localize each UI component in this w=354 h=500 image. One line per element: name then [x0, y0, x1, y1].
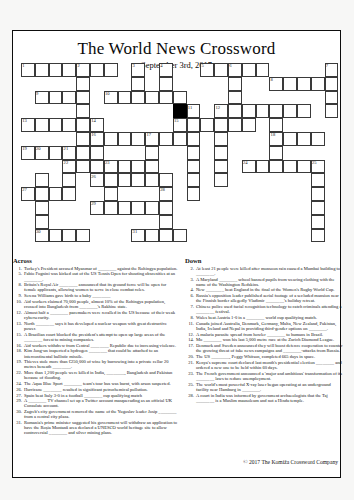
clue-text: A ________ TV channel set up a Twitter a… — [24, 398, 178, 408]
clue-text: The world's most powerful X-ray laser be… — [196, 382, 343, 392]
grid-cell[interactable] — [159, 91, 173, 105]
grid-cell[interactable] — [145, 229, 159, 243]
grid-cell[interactable] — [187, 173, 201, 187]
clue-number: 13. — [13, 321, 24, 331]
clue-item: 7.Chinese police used facial recognition… — [185, 304, 343, 314]
grid-cell[interactable] — [49, 187, 63, 201]
grid-cell[interactable] — [35, 91, 49, 105]
clue-text: A malaria parasite spread from howler __… — [196, 332, 343, 337]
grid-cell[interactable] — [159, 201, 173, 215]
clue-item: 25.The world's most powerful X-ray laser… — [185, 382, 343, 392]
clue-number: 15. — [13, 332, 24, 342]
grid-cell[interactable] — [228, 91, 242, 105]
grid-cell[interactable] — [173, 118, 187, 132]
grid-cell[interactable] — [256, 104, 270, 118]
clue-number: 12. — [13, 310, 24, 320]
clue-item: 1.Turkey's President accused Myanmar of … — [13, 266, 178, 271]
clue-text: North ________ says it has developed a n… — [24, 321, 178, 331]
grid-cell[interactable] — [311, 187, 325, 201]
grid-cell[interactable] — [145, 146, 159, 160]
grid-cell[interactable] — [90, 201, 104, 215]
grid-cell[interactable] — [131, 160, 145, 174]
clue-text: Spain beat Italy 3-0 in a football _____… — [24, 393, 178, 398]
grid-cell[interactable] — [90, 132, 104, 146]
grid-cell[interactable] — [131, 229, 145, 243]
clue-item: 12.Almost half a ________ pacemakers wer… — [13, 310, 178, 320]
clue-item: 11.Canada joined Australia, Denmark, Ger… — [185, 321, 343, 331]
grid-cell[interactable] — [62, 187, 76, 201]
clue-item: 9.Serena Williams gave birth to a baby _… — [13, 293, 178, 298]
clue-text: Denmark and Sweden announced they will b… — [196, 343, 343, 353]
grid-cell[interactable] — [325, 63, 339, 77]
grid-cell[interactable] — [62, 118, 76, 132]
grid-cell[interactable] — [131, 173, 145, 187]
grid-cell[interactable] — [269, 77, 283, 91]
grid-cell[interactable] — [131, 77, 145, 91]
grid-cell[interactable] — [311, 229, 325, 243]
clue-text: Thieves stole more than €250,000 of wine… — [24, 359, 178, 369]
clue-number: 28. — [185, 393, 196, 403]
grid-cell[interactable] — [187, 132, 201, 146]
grid-cell[interactable] — [214, 104, 228, 118]
grid-cell[interactable] — [228, 77, 242, 91]
grid-cell[interactable] — [62, 146, 76, 160]
clue-item: 2.At least 21 people were killed after m… — [185, 266, 343, 276]
grid-cell[interactable] — [269, 104, 283, 118]
clue-number: 19. — [13, 359, 24, 369]
clue-number: 26. — [13, 387, 24, 392]
clue-number: 23. — [185, 371, 196, 381]
grid-cell[interactable] — [76, 146, 90, 160]
clue-text: More than 1,200 people were killed in In… — [24, 370, 178, 380]
grid-cell[interactable] — [214, 132, 228, 146]
clue-number: 12. — [185, 332, 196, 337]
clue-item: 22.More than 1,200 people were killed in… — [13, 370, 178, 380]
clue-item: 4.New ________ beat England in the final… — [185, 287, 343, 292]
clue-number: 7. — [185, 304, 196, 314]
page-title: The World News Crossword — [13, 39, 340, 59]
clue-number: 31. — [13, 420, 24, 435]
grid-cell[interactable] — [104, 63, 118, 77]
grid-cell[interactable] — [21, 63, 35, 77]
grid-cell[interactable] — [256, 160, 270, 174]
clue-number: 8. — [13, 282, 24, 292]
clue-number: 5. — [13, 271, 24, 281]
clue-text: Kim Jong-un inspected a hydrogen _______… — [24, 348, 178, 358]
grid-cell[interactable] — [76, 77, 90, 91]
black-cell — [173, 104, 187, 118]
grid-cell[interactable] — [269, 118, 283, 132]
clue-item: 29.A ________ TV channel set up a Twitte… — [13, 398, 178, 408]
clue-text: Kenya's supreme court declared last mont… — [196, 360, 343, 370]
clue-item: 21.Kenya's supreme court declared last m… — [185, 360, 343, 370]
grid-cell[interactable] — [269, 160, 283, 174]
clue-item: 30.Zagreb's city government removed the … — [13, 409, 178, 419]
grid-cell[interactable] — [49, 146, 63, 160]
clue-item: 26.Hurricane ________ resulted in signif… — [13, 387, 178, 392]
clue-item: 17.Denmark and Sweden announced they wil… — [185, 343, 343, 353]
grid-cell[interactable] — [173, 132, 187, 146]
grid-cell[interactable] — [62, 63, 76, 77]
grid-cell[interactable] — [104, 173, 118, 187]
clue-item: 12.A malaria parasite spread from howler… — [185, 332, 343, 337]
grid-cell[interactable] — [228, 118, 242, 132]
clue-number: 21. — [185, 360, 196, 370]
clue-text: Zagreb's city government removed the nam… — [24, 409, 178, 419]
grid-cell[interactable] — [21, 118, 35, 132]
clue-number: 2. — [185, 266, 196, 276]
clue-number: 8. — [185, 315, 196, 320]
clue-number: 3. — [185, 277, 196, 287]
grid-cell[interactable] — [62, 229, 76, 243]
clue-item: 20.The US ________, Peggy Whitson, compl… — [185, 354, 343, 359]
grid-cell[interactable] — [228, 63, 242, 77]
copyright-notice: © 2017 The Komiža Crossword Company — [170, 459, 338, 465]
grid-cell[interactable] — [173, 91, 187, 105]
grid-cell[interactable] — [35, 118, 49, 132]
grid-cell[interactable] — [311, 77, 325, 91]
clue-text: A Brazilian court blocked the president'… — [24, 332, 178, 342]
grid-cell[interactable] — [49, 63, 63, 77]
grid-cell[interactable] — [173, 229, 187, 243]
grid-cell[interactable] — [76, 132, 90, 146]
grid-cell[interactable] — [269, 146, 283, 160]
grid-cell[interactable] — [35, 146, 49, 160]
grid-cell[interactable] — [118, 91, 132, 105]
grid-cell[interactable] — [214, 118, 228, 132]
clue-text: A court in India was informed by governm… — [196, 393, 343, 403]
grid-cell[interactable] — [242, 118, 256, 132]
clue-text: Aid workers withdrew from Central ______… — [24, 343, 178, 348]
clue-text: At least 21 people were killed after mon… — [196, 266, 343, 276]
clue-number: 25. — [185, 382, 196, 392]
clue-text: Fabio Fognini was kicked out of the US T… — [24, 271, 178, 281]
clue-text: Russia's opposition leader published aer… — [196, 293, 343, 303]
grid-cell[interactable] — [49, 229, 63, 243]
grid-cell[interactable] — [311, 201, 325, 215]
clue-text: Serena Williams gave birth to a baby ___… — [24, 293, 178, 298]
clue-number: 30. — [13, 409, 24, 419]
across-clue-list: 1.Turkey's President accused Myanmar of … — [13, 266, 178, 436]
grid-cell[interactable] — [118, 173, 132, 187]
grid-cell[interactable] — [297, 77, 311, 91]
clue-item: 13.North ________ says it has developed … — [13, 321, 178, 331]
grid-cell[interactable] — [90, 160, 104, 174]
clue-text: Wales beat Austria 1-0 in a ________ wor… — [196, 315, 343, 320]
grid-cell[interactable] — [104, 160, 118, 174]
clue-item: 16.Aid workers withdrew from Central ___… — [13, 343, 178, 348]
grid-cell[interactable] — [283, 77, 297, 91]
grid-cell[interactable] — [35, 187, 49, 201]
across-clues-section: Across 1.Turkey's President accused Myan… — [13, 258, 178, 436]
grid-cell[interactable] — [118, 201, 132, 215]
clue-text: Hurricane ________ resulted in significa… — [24, 387, 178, 392]
clue-number: 20. — [185, 354, 196, 359]
grid-cell[interactable] — [76, 91, 90, 105]
grid-cell[interactable] — [104, 187, 118, 201]
clue-item: 24.The Aqua Blue Sport ________ team's t… — [13, 381, 178, 386]
grid-cell[interactable] — [242, 63, 256, 77]
grid-cell[interactable] — [35, 201, 49, 215]
grid-cell[interactable] — [145, 173, 159, 187]
grid-cell[interactable] — [242, 160, 256, 174]
clue-number: 14. — [185, 337, 196, 342]
clue-text: The Aqua Blue Sport ________ team's tour… — [24, 381, 178, 386]
grid-cell[interactable] — [76, 118, 90, 132]
grid-cell[interactable] — [21, 187, 35, 201]
grid-cell[interactable] — [214, 146, 228, 160]
clue-text: A Maryland ________ school banned pupils… — [196, 277, 343, 287]
clue-text: Canada joined Australia, Denmark, German… — [196, 321, 343, 331]
clue-item: 31.Romania's prime minister suggested hi… — [13, 420, 178, 435]
down-clue-list: 2.At least 21 people were killed after m… — [185, 266, 343, 403]
clue-text: Mo ________ won his last 5,000 metre rac… — [196, 337, 343, 342]
clue-item: 28.A court in India was informed by gove… — [185, 393, 343, 403]
clue-text: The US ________, Peggy Whitson, complete… — [196, 354, 343, 359]
clue-text: Aid workers claimed 70,000 people, almos… — [24, 299, 178, 309]
grid-cell[interactable] — [187, 146, 201, 160]
grid-cell[interactable] — [325, 91, 339, 105]
grid-cell[interactable] — [131, 201, 145, 215]
clue-item: 8.Wales beat Austria 1-0 in a ________ w… — [185, 315, 343, 320]
grid-cell[interactable] — [76, 160, 90, 174]
clue-item: 8.Britain's Royal Air ________ announced… — [13, 282, 178, 292]
grid-cell[interactable] — [35, 229, 49, 243]
down-header: Down — [185, 258, 343, 263]
clue-number: 1. — [13, 266, 24, 271]
grid-cell[interactable] — [35, 173, 49, 187]
grid-cell[interactable] — [159, 77, 173, 91]
grid-cell[interactable] — [104, 132, 118, 146]
grid-cell[interactable] — [104, 201, 118, 215]
grid-cell[interactable] — [90, 146, 104, 160]
grid-cell[interactable] — [159, 63, 173, 77]
grid-cell[interactable] — [187, 160, 201, 174]
grid-cell[interactable] — [90, 63, 104, 77]
clue-item: 19.Thieves stole more than €250,000 of w… — [13, 359, 178, 369]
grid-cell[interactable] — [214, 160, 228, 174]
grid-cell[interactable] — [145, 160, 159, 174]
clue-number: 24. — [13, 381, 24, 386]
grid-cell[interactable] — [49, 118, 63, 132]
grid-cell[interactable] — [104, 91, 118, 105]
clue-number: 18. — [13, 348, 24, 358]
clue-number: 4. — [185, 287, 196, 292]
clue-number: 17. — [185, 343, 196, 353]
clue-number: 29. — [13, 398, 24, 408]
grid-cell[interactable] — [159, 132, 173, 146]
grid-cell[interactable] — [118, 160, 132, 174]
grid-cell[interactable] — [256, 63, 270, 77]
grid-cell[interactable] — [311, 160, 325, 174]
clue-number: 9. — [13, 293, 24, 298]
grid-cell[interactable] — [131, 63, 145, 77]
grid-cell[interactable] — [159, 229, 173, 243]
grid-cell[interactable] — [159, 173, 173, 187]
grid-cell[interactable] — [118, 132, 132, 146]
grid-cell[interactable] — [90, 118, 104, 132]
clue-number: 27. — [13, 393, 24, 398]
grid-cell[interactable] — [76, 104, 90, 118]
grid-cell[interactable] — [76, 229, 90, 243]
grid-cell[interactable] — [62, 160, 76, 174]
grid-cell[interactable] — [159, 215, 173, 229]
grid-cell[interactable] — [311, 215, 325, 229]
grid-cell[interactable] — [297, 160, 311, 174]
grid-cell[interactable] — [214, 63, 228, 77]
grid-cell[interactable] — [200, 63, 214, 77]
grid-cell[interactable] — [76, 63, 90, 77]
clue-item: 23.The French government announced a 'ma… — [185, 371, 343, 381]
clue-number: 16. — [13, 343, 24, 348]
clue-text: Almost half a ________ pacemakers were r… — [24, 310, 178, 320]
clue-item: 15.A Brazilian court blocked the preside… — [13, 332, 178, 342]
grid-cell[interactable] — [62, 91, 76, 105]
grid-cell[interactable] — [131, 91, 145, 105]
grid-cell[interactable] — [297, 104, 311, 118]
across-header: Across — [13, 258, 178, 263]
grid-cell[interactable] — [145, 132, 159, 146]
grid-cell[interactable] — [35, 63, 49, 77]
grid-cell[interactable] — [131, 132, 145, 146]
grid-cell[interactable] — [35, 215, 49, 229]
grid-cell[interactable] — [187, 118, 201, 132]
grid-cell[interactable] — [283, 160, 297, 174]
clue-item: 14.Mo ________ won his last 5,000 metre … — [185, 337, 343, 342]
clue-text: Romania's prime minister suggested his g… — [24, 420, 178, 435]
grid-cell[interactable] — [145, 91, 159, 105]
clue-text: Turkey's President accused Myanmar of __… — [24, 266, 178, 271]
grid-cell[interactable] — [187, 104, 201, 118]
grid-cell[interactable] — [62, 173, 76, 187]
clue-text: Chinese police used facial recognition t… — [196, 304, 343, 314]
clue-item: 10.Aid workers claimed 70,000 people, al… — [13, 299, 178, 309]
grid-cell[interactable] — [145, 201, 159, 215]
clue-item: 27.Spain beat Italy 3-0 in a football __… — [13, 393, 178, 398]
clue-number: 11. — [185, 321, 196, 331]
clue-number: 10. — [13, 299, 24, 309]
clue-number: 22. — [13, 370, 24, 380]
grid-cell[interactable] — [242, 104, 256, 118]
grid-cell[interactable] — [311, 132, 325, 146]
down-clues-section: Down 2.At least 21 people were killed af… — [185, 258, 343, 403]
clue-item: 6.Russia's opposition leader published a… — [185, 293, 343, 303]
grid-cell[interactable] — [214, 173, 228, 187]
grid-cell[interactable] — [90, 173, 104, 187]
grid-cell[interactable] — [297, 132, 311, 146]
grid-cell[interactable] — [49, 91, 63, 105]
grid-cell[interactable] — [200, 118, 214, 132]
clue-text: Britain's Royal Air ________ announced t… — [24, 282, 178, 292]
grid-cell[interactable] — [269, 132, 283, 146]
grid-cell[interactable] — [325, 77, 339, 91]
clue-text: New ________ beat England in the final o… — [196, 287, 343, 292]
clue-text: The French government announced a 'major… — [196, 371, 343, 381]
grid-cell[interactable] — [283, 132, 297, 146]
clue-item: 18.Kim Jong-un inspected a hydrogen ____… — [13, 348, 178, 358]
grid-cell[interactable] — [228, 104, 242, 118]
clue-item: 3.A Maryland ________ school banned pupi… — [185, 277, 343, 287]
grid-cell[interactable] — [311, 173, 325, 187]
grid-cell[interactable] — [283, 104, 297, 118]
grid-cell[interactable] — [187, 187, 201, 201]
grid-cell[interactable] — [159, 187, 173, 201]
grid-cell[interactable] — [21, 146, 35, 160]
clue-item: 5.Fabio Fognini was kicked out of the US… — [13, 271, 178, 281]
grid-cell[interactable] — [325, 104, 339, 118]
clue-number: 6. — [185, 293, 196, 303]
